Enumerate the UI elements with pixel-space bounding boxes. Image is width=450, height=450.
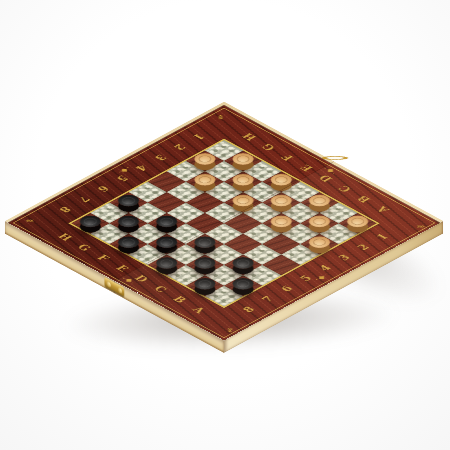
rank-label-3: 3 [321, 245, 368, 271]
product-photo-scene: ABCDEFGH ABCDEFGH 87654321 87654321 ››› … [0, 0, 450, 450]
corner-arrow-icon: ››› [224, 328, 237, 332]
square-d5[interactable] [205, 223, 243, 244]
mid-edge-ornament: ·◆· [119, 275, 137, 285]
square-c8[interactable] [167, 265, 205, 286]
square-b7[interactable] [205, 265, 243, 286]
square-a8[interactable] [205, 286, 243, 307]
square-c5[interactable] [224, 234, 262, 255]
rank-label-8: 8 [225, 297, 272, 323]
black-checker[interactable] [114, 234, 144, 250]
square-d6[interactable] [186, 234, 224, 255]
square-e8[interactable] [129, 244, 167, 265]
square-b6[interactable] [224, 255, 262, 276]
file-label-h: H [42, 224, 89, 250]
square-a2[interactable] [319, 223, 357, 244]
square-f7[interactable] [129, 223, 167, 244]
corner-arrow-icon: ››› [27, 217, 34, 224]
rank-label-5: 5 [283, 266, 330, 292]
square-a7[interactable] [224, 275, 262, 296]
square-c4[interactable] [243, 223, 281, 244]
checkers-playfield [68, 139, 379, 308]
white-checker[interactable] [305, 234, 335, 250]
square-a5[interactable] [262, 255, 300, 276]
mid-edge-ornament: ·◆· [313, 272, 331, 282]
rank-label-1: 1 [359, 224, 406, 250]
file-label-d: D [118, 266, 165, 292]
file-label-c: C [137, 276, 184, 302]
black-checker[interactable] [190, 276, 220, 292]
file-label-b: B [156, 286, 203, 312]
square-d7[interactable] [167, 244, 205, 265]
square-b4[interactable] [262, 234, 300, 255]
square-a4[interactable] [281, 244, 319, 265]
black-checker[interactable] [152, 234, 182, 250]
file-label-g: G [61, 234, 108, 260]
square-e7[interactable] [148, 234, 186, 255]
corner-arrow-icon: ››› [416, 223, 423, 230]
square-a3[interactable] [300, 234, 338, 255]
square-c6[interactable] [205, 244, 243, 265]
square-e6[interactable] [167, 223, 205, 244]
corner-arrow-icon: ››› [214, 116, 227, 120]
mid-edge-ornament: ·◆· [115, 165, 133, 175]
rank-label-4: 4 [302, 255, 349, 281]
square-g8[interactable] [90, 223, 128, 244]
black-checker[interactable] [190, 255, 220, 271]
square-a6[interactable] [243, 265, 281, 286]
rank-label-7: 7 [245, 286, 292, 312]
black-checker[interactable] [228, 276, 258, 292]
square-f8[interactable] [109, 234, 147, 255]
black-checker[interactable] [228, 255, 258, 271]
file-label-a: A [175, 297, 222, 323]
rank-label-6: 6 [264, 276, 311, 302]
square-d8[interactable] [148, 255, 186, 276]
black-checker[interactable] [152, 255, 182, 271]
square-b5[interactable] [243, 244, 281, 265]
square-c7[interactable] [186, 255, 224, 276]
mid-edge-ornament: ·◆· [320, 166, 338, 176]
black-checker[interactable] [190, 234, 220, 250]
file-label-e: E [99, 255, 146, 281]
rank-label-2: 2 [340, 234, 387, 260]
square-b8[interactable] [186, 275, 224, 296]
square-b3[interactable] [281, 223, 319, 244]
file-label-f: F [80, 245, 127, 271]
